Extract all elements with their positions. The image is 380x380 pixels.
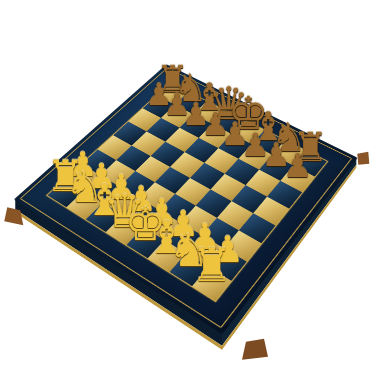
board-side-left <box>15 199 222 346</box>
board-edge-and-feet <box>0 0 380 380</box>
board-foot-near <box>242 339 268 360</box>
board-edge-band-right <box>222 165 356 350</box>
board-side-right <box>222 158 356 346</box>
board-edge-band-left <box>15 209 222 350</box>
board-foot-right <box>357 152 369 165</box>
chess-set-photo: ♜♞♝♛♚♝♞♜♟♟♟♟♟♟♟♟♟♟♟♟♟♟♟♟♜♞♝♛♚♝♞♜ <box>0 0 380 380</box>
